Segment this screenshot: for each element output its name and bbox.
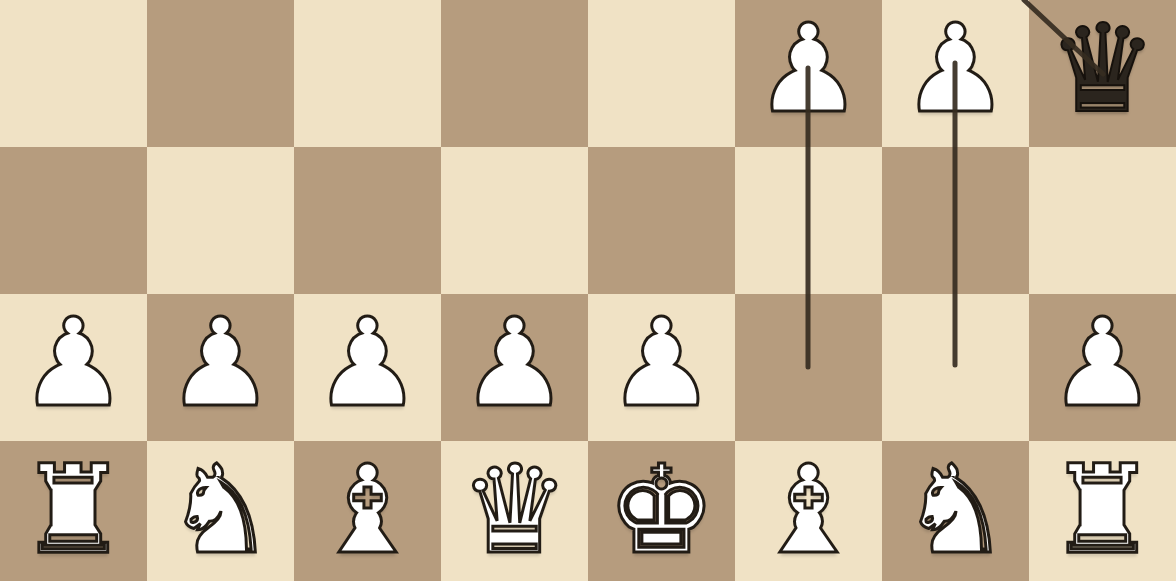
square-e4[interactable]: [588, 0, 735, 147]
square-c2[interactable]: ♟: [294, 294, 441, 441]
white-pawn-icon[interactable]: ♟: [754, 0, 863, 143]
square-f3[interactable]: [735, 147, 882, 294]
white-rook-icon[interactable]: ♜: [19, 437, 128, 581]
square-f2[interactable]: [735, 294, 882, 441]
white-pawn-icon[interactable]: ♟: [607, 290, 716, 437]
white-pawn-icon[interactable]: ♟: [460, 290, 569, 437]
white-pawn-icon[interactable]: ♟: [1048, 290, 1157, 437]
square-c4[interactable]: [294, 0, 441, 147]
square-a3[interactable]: [0, 147, 147, 294]
square-a2[interactable]: ♟: [0, 294, 147, 441]
square-d1[interactable]: ♛: [441, 441, 588, 581]
square-d2[interactable]: ♟: [441, 294, 588, 441]
square-e1[interactable]: ♚: [588, 441, 735, 581]
square-b3[interactable]: [147, 147, 294, 294]
board-squares: ♟♟♛♟♟♟♟♟♟♜♞♝♛♚♝♞♜: [0, 0, 1176, 581]
square-e3[interactable]: [588, 147, 735, 294]
square-c1[interactable]: ♝: [294, 441, 441, 581]
square-h1[interactable]: ♜: [1029, 441, 1176, 581]
square-h2[interactable]: ♟: [1029, 294, 1176, 441]
white-knight-icon[interactable]: ♞: [901, 437, 1010, 581]
square-g1[interactable]: ♞: [882, 441, 1029, 581]
square-c3[interactable]: [294, 147, 441, 294]
square-g3[interactable]: [882, 147, 1029, 294]
white-bishop-icon[interactable]: ♝: [754, 437, 863, 581]
square-g2[interactable]: [882, 294, 1029, 441]
square-e2[interactable]: ♟: [588, 294, 735, 441]
white-bishop-icon[interactable]: ♝: [313, 437, 422, 581]
square-f4[interactable]: ♟: [735, 0, 882, 147]
square-f1[interactable]: ♝: [735, 441, 882, 581]
white-queen-icon[interactable]: ♛: [460, 437, 569, 581]
white-pawn-icon[interactable]: ♟: [166, 290, 275, 437]
chess-board[interactable]: ♟♟♛♟♟♟♟♟♟♜♞♝♛♚♝♞♜: [0, 0, 1176, 581]
square-b4[interactable]: [147, 0, 294, 147]
white-pawn-icon[interactable]: ♟: [901, 0, 1010, 143]
square-d3[interactable]: [441, 147, 588, 294]
square-d4[interactable]: [441, 0, 588, 147]
square-g4[interactable]: ♟: [882, 0, 1029, 147]
black-queen-icon[interactable]: ♛: [1048, 0, 1157, 143]
square-b2[interactable]: ♟: [147, 294, 294, 441]
square-a1[interactable]: ♜: [0, 441, 147, 581]
square-h4[interactable]: ♛: [1029, 0, 1176, 147]
white-pawn-icon[interactable]: ♟: [19, 290, 128, 437]
white-pawn-icon[interactable]: ♟: [313, 290, 422, 437]
square-b1[interactable]: ♞: [147, 441, 294, 581]
white-king-icon[interactable]: ♚: [607, 437, 716, 581]
square-a4[interactable]: [0, 0, 147, 147]
white-knight-icon[interactable]: ♞: [166, 437, 275, 581]
white-rook-icon[interactable]: ♜: [1048, 437, 1157, 581]
square-h3[interactable]: [1029, 147, 1176, 294]
